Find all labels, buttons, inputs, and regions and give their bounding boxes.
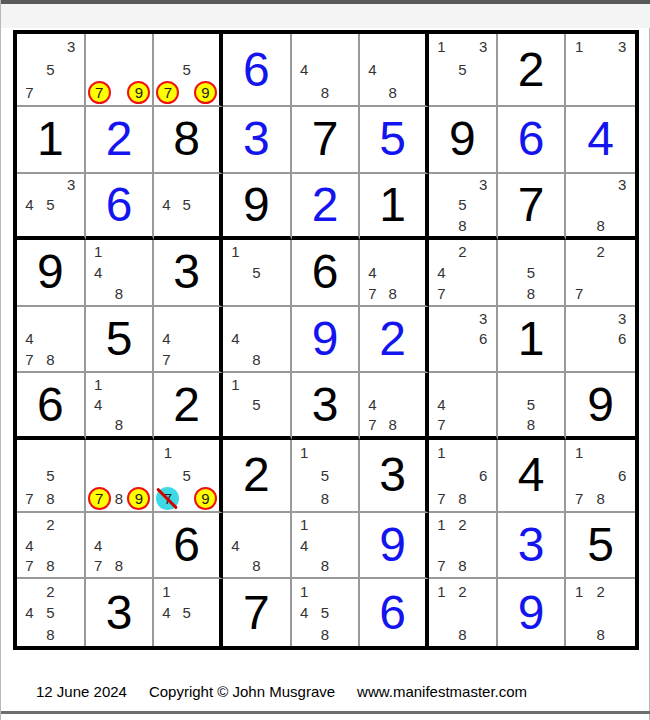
cell-value: 6 [379, 589, 406, 637]
cell-value: 2 [106, 115, 133, 163]
candidate-5: 5 [40, 58, 61, 81]
candidate-8: 8 [315, 623, 336, 645]
candidate-8: 8 [315, 487, 336, 510]
candidate-1: 1 [431, 580, 452, 602]
cell-r5c7[interactable]: 36 [429, 307, 498, 374]
candidate-4: 4 [294, 535, 315, 556]
cell-r8c9[interactable]: 5 [566, 513, 635, 580]
cell-r3c5[interactable]: 2 [292, 174, 361, 241]
cell-r5c6[interactable]: 2 [360, 307, 429, 374]
candidate-4: 4 [19, 535, 40, 556]
candidate-5: 5 [40, 464, 61, 487]
candidate-3: 3 [473, 35, 494, 58]
candidate-1: 1 [431, 514, 452, 535]
cell-value: 3 [243, 115, 270, 163]
cell-value: 2 [243, 451, 270, 499]
cell-r9c7[interactable]: 128 [429, 579, 498, 646]
candidate-7: 7 [19, 349, 40, 370]
candidate-8: 8 [383, 81, 403, 104]
candidate-1: 1 [225, 374, 246, 394]
candidate-5: 5 [452, 58, 473, 81]
candidate-1: 1 [568, 35, 590, 58]
candidate-7: 7 [568, 487, 590, 510]
cell-r9c3[interactable]: 145 [154, 579, 223, 646]
candidate-3: 3 [61, 35, 82, 58]
candidate-7-highlighted: 7 [88, 81, 111, 104]
candidate-8: 8 [315, 81, 336, 104]
candidate-1: 1 [294, 441, 315, 464]
cell-r1c4[interactable]: 6 [223, 34, 292, 107]
footer: 12 June 2024 Copyright © John Musgrave w… [36, 682, 636, 700]
header-strip [1, 4, 650, 28]
cell-r3c4[interactable]: 9 [223, 174, 292, 241]
candidate-4: 4 [431, 262, 452, 283]
cell-r9c9[interactable]: 128 [566, 579, 635, 646]
cell-r5c5[interactable]: 9 [292, 307, 361, 374]
candidate-4: 4 [225, 535, 246, 556]
candidate-8: 8 [40, 623, 61, 645]
candidate-5: 5 [246, 262, 267, 283]
cell-r1c8[interactable]: 2 [498, 34, 567, 107]
cell-value: 9 [587, 381, 614, 429]
candidate-4: 4 [156, 195, 176, 215]
candidate-9-highlighted: 9 [127, 487, 150, 510]
cell-r1c6[interactable]: 48 [360, 34, 429, 107]
cell-value: 6 [106, 181, 133, 229]
candidate-7: 7 [88, 556, 109, 577]
candidate-8: 8 [315, 556, 336, 577]
candidate-6: 6 [473, 329, 494, 350]
cell-value: 9 [243, 181, 270, 229]
candidate-8: 8 [452, 215, 473, 235]
cell-r9c2[interactable]: 3 [86, 579, 155, 646]
candidate-1: 1 [431, 441, 452, 464]
candidate-7: 7 [19, 487, 40, 510]
cell-value: 9 [37, 248, 64, 296]
candidate-7-highlighted: 7 [156, 81, 179, 104]
cell-r8c3[interactable]: 6 [154, 513, 223, 580]
cell-value: 3 [173, 248, 200, 296]
candidate-8: 8 [246, 556, 267, 577]
candidate-7: 7 [431, 487, 452, 510]
cell-value: 3 [106, 589, 133, 637]
cell-r5c4[interactable]: 48 [223, 307, 292, 374]
candidate-5: 5 [452, 195, 473, 215]
candidate-7-eliminated: 7 [156, 487, 179, 510]
cell-r8c5[interactable]: 148 [292, 513, 361, 580]
cell-r2c2[interactable]: 2 [86, 107, 155, 174]
cell-value: 1 [37, 115, 64, 163]
cell-value: 2 [379, 315, 406, 363]
cell-r6c1[interactable]: 6 [17, 373, 86, 440]
candidate-3: 3 [473, 175, 494, 195]
cell-value: 7 [518, 181, 545, 229]
cell-value: 5 [587, 521, 614, 569]
candidate-5: 5 [246, 394, 267, 414]
candidate-8: 8 [452, 487, 473, 510]
candidate-5: 5 [521, 262, 542, 283]
candidate-7: 7 [431, 415, 452, 435]
candidate-4: 4 [88, 535, 109, 556]
candidate-6: 6 [611, 329, 633, 350]
candidate-1: 1 [294, 580, 315, 602]
cell-value: 6 [243, 46, 270, 94]
candidate-7: 7 [19, 81, 40, 104]
cell-value: 8 [173, 115, 200, 163]
candidate-5: 5 [40, 195, 61, 215]
candidate-8: 8 [40, 556, 61, 577]
candidate-1: 1 [225, 241, 246, 262]
cell-value: 9 [449, 115, 476, 163]
candidate-1: 1 [156, 580, 176, 602]
candidate-4: 4 [88, 262, 109, 283]
candidate-2: 2 [40, 580, 61, 602]
cell-r2c4[interactable]: 3 [223, 107, 292, 174]
candidate-8: 8 [452, 556, 473, 577]
candidate-1: 1 [156, 441, 179, 464]
candidate-7: 7 [362, 415, 382, 435]
candidate-1: 1 [568, 580, 590, 602]
cell-r2c8[interactable]: 6 [498, 107, 567, 174]
cell-r4c2[interactable]: 148 [86, 240, 155, 307]
candidate-8: 8 [383, 415, 403, 435]
cell-r6c3[interactable]: 2 [154, 373, 223, 440]
candidate-2: 2 [452, 580, 473, 602]
cell-r9c4[interactable]: 7 [223, 579, 292, 646]
cell-r7c8[interactable]: 4 [498, 440, 567, 513]
cell-r6c5[interactable]: 3 [292, 373, 361, 440]
candidate-1: 1 [431, 35, 452, 58]
cell-r5c3[interactable]: 47 [154, 307, 223, 374]
candidate-5: 5 [315, 464, 336, 487]
cell-r4c6[interactable]: 478 [360, 240, 429, 307]
cell-r5c1[interactable]: 478 [17, 307, 86, 374]
cell-r4c7[interactable]: 247 [429, 240, 498, 307]
cell-r7c3[interactable]: 1579 [154, 440, 223, 513]
candidate-8: 8 [109, 556, 130, 577]
candidate-9-highlighted: 9 [127, 81, 150, 104]
cell-r7c2[interactable]: 789 [86, 440, 155, 513]
cell-r1c7[interactable]: 135 [429, 34, 498, 107]
footer-copyright: Copyright © John Musgrave [149, 683, 335, 700]
cell-r1c9[interactable]: 13 [566, 34, 635, 107]
cell-r2c5[interactable]: 7 [292, 107, 361, 174]
cell-r7c5[interactable]: 158 [292, 440, 361, 513]
cell-r4c4[interactable]: 15 [223, 240, 292, 307]
candidate-3: 3 [611, 35, 633, 58]
candidate-2: 2 [590, 580, 612, 602]
candidate-8: 8 [383, 283, 403, 304]
cell-r3c3[interactable]: 45 [154, 174, 223, 241]
cell-value: 7 [243, 589, 270, 637]
candidate-3: 3 [611, 308, 633, 329]
candidate-5: 5 [177, 602, 197, 624]
footer-date: 12 June 2024 [36, 683, 127, 700]
candidate-4: 4 [156, 329, 176, 350]
cell-r3c6[interactable]: 1 [360, 174, 429, 241]
candidate-4: 4 [19, 195, 40, 215]
sudoku-grid: 3577957964848135213128375964345645921358… [13, 30, 639, 650]
cell-r7c7[interactable]: 1678 [429, 440, 498, 513]
cell-r8c7[interactable]: 1278 [429, 513, 498, 580]
cell-r4c8[interactable]: 58 [498, 240, 567, 307]
candidate-4: 4 [225, 329, 246, 350]
candidate-7: 7 [362, 283, 382, 304]
cell-r2c1[interactable]: 1 [17, 107, 86, 174]
cell-r9c6[interactable]: 6 [360, 579, 429, 646]
cell-value: 9 [518, 589, 545, 637]
candidate-2: 2 [452, 241, 473, 262]
candidate-6: 6 [611, 464, 633, 487]
cell-r1c2[interactable]: 79 [86, 34, 155, 107]
candidate-5: 5 [40, 602, 61, 624]
cell-r3c2[interactable]: 6 [86, 174, 155, 241]
candidate-4: 4 [431, 394, 452, 414]
cell-value: 5 [106, 315, 133, 363]
cell-r6c2[interactable]: 148 [86, 373, 155, 440]
candidate-8: 8 [590, 215, 612, 235]
candidate-9-highlighted: 9 [194, 487, 217, 510]
candidate-8: 8 [40, 349, 61, 370]
candidate-1: 1 [88, 374, 109, 394]
cell-value: 2 [173, 381, 200, 429]
candidate-6: 6 [473, 464, 494, 487]
candidate-4: 4 [19, 329, 40, 350]
cell-r8c6[interactable]: 9 [360, 513, 429, 580]
candidate-2: 2 [590, 241, 612, 262]
candidate-2: 2 [40, 514, 61, 535]
candidate-8: 8 [521, 415, 542, 435]
cell-value: 5 [379, 115, 406, 163]
cell-value: 6 [518, 115, 545, 163]
cell-r3c8[interactable]: 7 [498, 174, 567, 241]
cell-value: 3 [379, 451, 406, 499]
cell-r7c1[interactable]: 578 [17, 440, 86, 513]
candidate-8: 8 [246, 349, 267, 370]
candidate-9-highlighted: 9 [194, 81, 217, 104]
candidate-8: 8 [452, 623, 473, 645]
candidate-8: 8 [109, 283, 130, 304]
cell-r3c7[interactable]: 358 [429, 174, 498, 241]
cell-value: 9 [379, 521, 406, 569]
cell-value: 7 [312, 115, 339, 163]
candidate-3: 3 [473, 308, 494, 329]
cell-r5c9[interactable]: 36 [566, 307, 635, 374]
candidate-4: 4 [294, 58, 315, 81]
cell-r5c2[interactable]: 5 [86, 307, 155, 374]
candidate-5: 5 [177, 195, 197, 215]
cell-r2c6[interactable]: 5 [360, 107, 429, 174]
candidate-8: 8 [590, 487, 612, 510]
candidate-1: 1 [88, 241, 109, 262]
cell-r6c8[interactable]: 58 [498, 373, 567, 440]
cell-r8c8[interactable]: 3 [498, 513, 567, 580]
cell-r9c8[interactable]: 9 [498, 579, 567, 646]
candidate-4: 4 [88, 394, 109, 414]
candidate-4: 4 [156, 602, 176, 624]
candidate-1: 1 [294, 514, 315, 535]
candidate-5: 5 [179, 464, 194, 487]
cell-value: 3 [518, 521, 545, 569]
cell-r6c6[interactable]: 478 [360, 373, 429, 440]
cell-r2c3[interactable]: 8 [154, 107, 223, 174]
candidate-8: 8 [590, 623, 612, 645]
cell-r4c9[interactable]: 27 [566, 240, 635, 307]
candidate-1: 1 [568, 441, 590, 464]
cell-value: 9 [312, 315, 339, 363]
candidate-4: 4 [362, 58, 382, 81]
candidate-8: 8 [111, 487, 128, 510]
candidate-4: 4 [294, 602, 315, 624]
candidate-7: 7 [431, 556, 452, 577]
cell-r5c8[interactable]: 1 [498, 307, 567, 374]
cell-r7c6[interactable]: 3 [360, 440, 429, 513]
cell-r2c9[interactable]: 4 [566, 107, 635, 174]
cell-value: 6 [37, 381, 64, 429]
sudoku-page: 3577957964848135213128375964345645921358… [0, 0, 650, 720]
cell-r6c4[interactable]: 15 [223, 373, 292, 440]
cell-r7c9[interactable]: 1678 [566, 440, 635, 513]
cell-value: 3 [312, 381, 339, 429]
cell-r3c1[interactable]: 345 [17, 174, 86, 241]
candidate-4: 4 [362, 394, 382, 414]
cell-r4c1[interactable]: 9 [17, 240, 86, 307]
cell-r6c7[interactable]: 47 [429, 373, 498, 440]
candidate-7: 7 [19, 556, 40, 577]
cell-r8c1[interactable]: 2478 [17, 513, 86, 580]
cell-r9c5[interactable]: 1458 [292, 579, 361, 646]
candidate-4: 4 [19, 602, 40, 624]
candidate-7: 7 [431, 283, 452, 304]
cell-value: 6 [173, 521, 200, 569]
cell-r1c1[interactable]: 357 [17, 34, 86, 107]
cell-value: 1 [518, 315, 545, 363]
cell-r3c9[interactable]: 38 [566, 174, 635, 241]
cell-r8c4[interactable]: 48 [223, 513, 292, 580]
cell-r2c7[interactable]: 9 [429, 107, 498, 174]
candidate-8: 8 [521, 283, 542, 304]
candidate-3: 3 [61, 175, 82, 195]
cell-value: 1 [379, 181, 406, 229]
candidate-5: 5 [521, 394, 542, 414]
cell-r1c3[interactable]: 579 [154, 34, 223, 107]
cell-value: 6 [312, 248, 339, 296]
cell-r4c3[interactable]: 3 [154, 240, 223, 307]
cell-r1c5[interactable]: 48 [292, 34, 361, 107]
cell-r7c4[interactable]: 2 [223, 440, 292, 513]
candidate-4: 4 [362, 262, 382, 283]
candidate-7-highlighted: 7 [88, 487, 111, 510]
footer-website[interactable]: www.manifestmaster.com [357, 683, 527, 700]
candidate-5: 5 [179, 58, 194, 81]
candidate-7: 7 [156, 349, 176, 370]
candidate-7: 7 [568, 283, 590, 304]
candidate-8: 8 [40, 487, 61, 510]
cell-r8c2[interactable]: 478 [86, 513, 155, 580]
cell-value: 4 [587, 115, 614, 163]
candidate-3: 3 [611, 175, 633, 195]
cell-value: 4 [518, 451, 545, 499]
cell-r6c9[interactable]: 9 [566, 373, 635, 440]
candidate-2: 2 [452, 514, 473, 535]
candidate-5: 5 [315, 602, 336, 624]
cell-r4c5[interactable]: 6 [292, 240, 361, 307]
cell-value: 2 [312, 181, 339, 229]
cell-value: 2 [518, 46, 545, 94]
bottom-bar [1, 711, 650, 714]
cell-r9c1[interactable]: 2458 [17, 579, 86, 646]
candidate-8: 8 [109, 415, 130, 435]
